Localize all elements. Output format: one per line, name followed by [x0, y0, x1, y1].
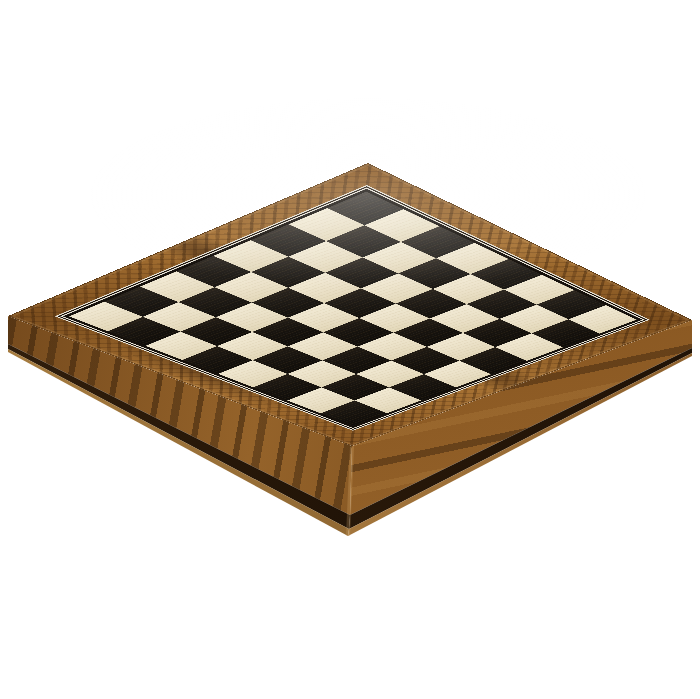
chess-board: [0, 0, 700, 699]
board-field-border: [63, 189, 643, 428]
board-squares-grid: [69, 192, 637, 426]
frame-inlay-line-dark: [57, 186, 647, 430]
product-photo: [0, 0, 700, 699]
frame-inlay-line-outer: [55, 185, 650, 431]
board-top-surface: [8, 163, 692, 446]
frame-inlay-line-inner: [60, 187, 645, 428]
